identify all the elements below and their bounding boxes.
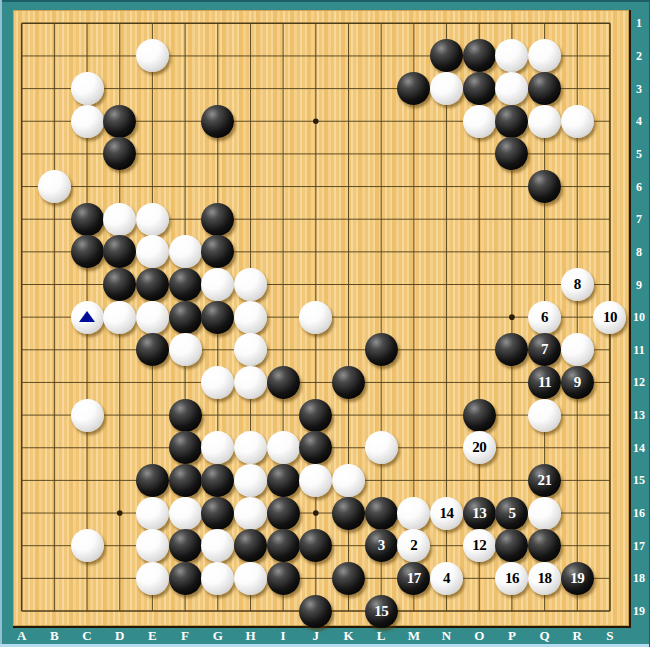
row-label-12: 12 xyxy=(629,375,649,390)
move-number-label: 20 xyxy=(472,440,486,455)
column-label-F: F xyxy=(172,628,198,644)
move-number-label: 10 xyxy=(603,310,617,325)
move-number-label: 2 xyxy=(410,538,417,553)
row-label-9: 9 xyxy=(629,278,649,293)
stone-black-P16[interactable]: 5 xyxy=(495,497,528,530)
stone-white-D10[interactable] xyxy=(103,301,136,334)
move-number-label: 7 xyxy=(541,342,548,357)
window-edge-top xyxy=(0,0,650,2)
stone-black-D4[interactable] xyxy=(103,105,136,138)
stone-white-H12[interactable] xyxy=(234,366,267,399)
stone-black-Q15[interactable]: 21 xyxy=(528,464,561,497)
stone-white-Q18[interactable]: 18 xyxy=(528,562,561,595)
move-number-label: 13 xyxy=(472,506,486,521)
move-number-label: 3 xyxy=(378,538,385,553)
move-number-label: 15 xyxy=(374,604,388,619)
stone-black-I18[interactable] xyxy=(267,562,300,595)
stone-black-R12[interactable]: 9 xyxy=(561,366,594,399)
stone-black-Q3[interactable] xyxy=(528,72,561,105)
stone-white-F8[interactable] xyxy=(169,235,202,268)
move-number-label: 4 xyxy=(443,571,450,586)
column-label-E: E xyxy=(139,628,165,644)
go-board: 86107119202114135321217416181915 xyxy=(13,10,631,628)
stone-black-E15[interactable] xyxy=(136,464,169,497)
column-label-L: L xyxy=(368,628,394,644)
row-label-7: 7 xyxy=(629,212,649,227)
stone-black-O3[interactable] xyxy=(463,72,496,105)
stone-white-E17[interactable] xyxy=(136,529,169,562)
column-label-S: S xyxy=(597,628,623,644)
stone-white-Q10[interactable]: 6 xyxy=(528,301,561,334)
stone-black-F15[interactable] xyxy=(169,464,202,497)
stone-black-I16[interactable] xyxy=(267,497,300,530)
stone-white-N3[interactable] xyxy=(430,72,463,105)
column-label-G: G xyxy=(205,628,231,644)
stone-white-R4[interactable] xyxy=(561,105,594,138)
stone-white-H16[interactable] xyxy=(234,497,267,530)
stone-black-P4[interactable] xyxy=(495,105,528,138)
stone-white-C17[interactable] xyxy=(71,529,104,562)
stone-black-L11[interactable] xyxy=(365,333,398,366)
stone-white-D7[interactable] xyxy=(103,203,136,236)
move-number-label: 21 xyxy=(538,473,552,488)
stone-white-O17[interactable]: 12 xyxy=(463,529,496,562)
stone-white-R9[interactable]: 8 xyxy=(561,268,594,301)
column-label-A: A xyxy=(9,628,35,644)
stone-black-G16[interactable] xyxy=(201,497,234,530)
row-label-1: 1 xyxy=(629,16,649,31)
column-label-C: C xyxy=(74,628,100,644)
stone-black-O2[interactable] xyxy=(463,39,496,72)
stone-white-E16[interactable] xyxy=(136,497,169,530)
move-number-label: 19 xyxy=(570,571,584,586)
stone-black-M18[interactable]: 17 xyxy=(397,562,430,595)
move-number-label: 17 xyxy=(407,571,421,586)
triangle-marker-icon xyxy=(79,311,95,322)
stone-black-O16[interactable]: 13 xyxy=(463,497,496,530)
stone-white-J15[interactable] xyxy=(299,464,332,497)
column-label-K: K xyxy=(336,628,362,644)
stone-white-G18[interactable] xyxy=(201,562,234,595)
stone-white-H9[interactable] xyxy=(234,268,267,301)
stone-white-C4[interactable] xyxy=(71,105,104,138)
go-game-window: 86107119202114135321217416181915 ABCDEFG… xyxy=(0,0,650,647)
stone-black-E11[interactable] xyxy=(136,333,169,366)
row-label-17: 17 xyxy=(629,539,649,554)
column-label-D: D xyxy=(107,628,133,644)
column-label-B: B xyxy=(41,628,67,644)
stone-black-F10[interactable] xyxy=(169,301,202,334)
stone-black-C7[interactable] xyxy=(71,203,104,236)
column-label-O: O xyxy=(466,628,492,644)
column-label-P: P xyxy=(499,628,525,644)
stone-white-H15[interactable] xyxy=(234,464,267,497)
stone-white-C10[interactable] xyxy=(71,301,104,334)
stone-white-S10[interactable]: 10 xyxy=(593,301,626,334)
stone-black-L16[interactable] xyxy=(365,497,398,530)
stone-black-K16[interactable] xyxy=(332,497,365,530)
stone-black-R18[interactable]: 19 xyxy=(561,562,594,595)
row-label-2: 2 xyxy=(629,49,649,64)
stone-white-N18[interactable]: 4 xyxy=(430,562,463,595)
row-label-18: 18 xyxy=(629,571,649,586)
stone-white-E10[interactable] xyxy=(136,301,169,334)
star-point xyxy=(313,118,319,124)
row-label-15: 15 xyxy=(629,473,649,488)
move-number-label: 5 xyxy=(508,506,515,521)
stone-black-D9[interactable] xyxy=(103,268,136,301)
stone-black-L19[interactable]: 15 xyxy=(365,595,398,628)
stone-black-Q12[interactable]: 11 xyxy=(528,366,561,399)
row-label-5: 5 xyxy=(629,147,649,162)
stone-white-O14[interactable]: 20 xyxy=(463,431,496,464)
stone-white-B6[interactable] xyxy=(38,170,71,203)
move-number-label: 6 xyxy=(541,310,548,325)
stone-black-L17[interactable]: 3 xyxy=(365,529,398,562)
column-label-I: I xyxy=(270,628,296,644)
move-number-label: 14 xyxy=(440,506,454,521)
star-point xyxy=(117,510,123,516)
stone-white-H10[interactable] xyxy=(234,301,267,334)
stone-black-I17[interactable] xyxy=(267,529,300,562)
stone-black-Q6[interactable] xyxy=(528,170,561,203)
row-label-16: 16 xyxy=(629,506,649,521)
stone-white-J10[interactable] xyxy=(299,301,332,334)
stone-white-E18[interactable] xyxy=(136,562,169,595)
stone-white-C3[interactable] xyxy=(71,72,104,105)
move-number-label: 16 xyxy=(505,571,519,586)
column-label-M: M xyxy=(401,628,427,644)
window-edge-left xyxy=(0,0,2,647)
stone-black-F13[interactable] xyxy=(169,399,202,432)
stone-black-F9[interactable] xyxy=(169,268,202,301)
move-number-label: 18 xyxy=(538,571,552,586)
stone-white-N16[interactable]: 14 xyxy=(430,497,463,530)
stone-black-G7[interactable] xyxy=(201,203,234,236)
stone-black-G4[interactable] xyxy=(201,105,234,138)
row-label-13: 13 xyxy=(629,408,649,423)
row-label-8: 8 xyxy=(629,245,649,260)
column-label-N: N xyxy=(434,628,460,644)
move-number-label: 8 xyxy=(574,277,581,292)
stone-white-H14[interactable] xyxy=(234,431,267,464)
stone-white-E7[interactable] xyxy=(136,203,169,236)
stone-white-H18[interactable] xyxy=(234,562,267,595)
stone-black-O13[interactable] xyxy=(463,399,496,432)
stone-black-F18[interactable] xyxy=(169,562,202,595)
stone-black-K18[interactable] xyxy=(332,562,365,595)
stone-white-K15[interactable] xyxy=(332,464,365,497)
stone-white-Q16[interactable] xyxy=(528,497,561,530)
star-point xyxy=(509,314,515,320)
move-number-label: 9 xyxy=(574,375,581,390)
column-label-R: R xyxy=(564,628,590,644)
row-label-3: 3 xyxy=(629,82,649,97)
row-label-10: 10 xyxy=(629,310,649,325)
stone-black-C8[interactable] xyxy=(71,235,104,268)
stone-black-E9[interactable] xyxy=(136,268,169,301)
column-label-J: J xyxy=(303,628,329,644)
row-label-11: 11 xyxy=(629,343,649,358)
stone-black-I15[interactable] xyxy=(267,464,300,497)
stone-black-H17[interactable] xyxy=(234,529,267,562)
stone-white-L14[interactable] xyxy=(365,431,398,464)
stone-black-K12[interactable] xyxy=(332,366,365,399)
stone-white-F16[interactable] xyxy=(169,497,202,530)
stone-white-R11[interactable] xyxy=(561,333,594,366)
stone-white-Q13[interactable] xyxy=(528,399,561,432)
row-label-6: 6 xyxy=(629,180,649,195)
stone-white-Q4[interactable] xyxy=(528,105,561,138)
stone-black-I12[interactable] xyxy=(267,366,300,399)
stone-white-G12[interactable] xyxy=(201,366,234,399)
move-number-label: 12 xyxy=(472,538,486,553)
star-point xyxy=(313,510,319,516)
row-label-19: 19 xyxy=(629,604,649,619)
row-label-14: 14 xyxy=(629,441,649,456)
stone-black-G10[interactable] xyxy=(201,301,234,334)
column-label-Q: Q xyxy=(532,628,558,644)
stone-white-C13[interactable] xyxy=(71,399,104,432)
stone-black-F14[interactable] xyxy=(169,431,202,464)
stone-black-F17[interactable] xyxy=(169,529,202,562)
row-label-4: 4 xyxy=(629,114,649,129)
stone-white-M16[interactable] xyxy=(397,497,430,530)
stone-black-J19[interactable] xyxy=(299,595,332,628)
stone-white-I14[interactable] xyxy=(267,431,300,464)
stone-black-G15[interactable] xyxy=(201,464,234,497)
stone-white-O4[interactable] xyxy=(463,105,496,138)
column-label-H: H xyxy=(237,628,263,644)
stone-white-F11[interactable] xyxy=(169,333,202,366)
move-number-label: 11 xyxy=(538,375,551,390)
stone-black-J13[interactable] xyxy=(299,399,332,432)
